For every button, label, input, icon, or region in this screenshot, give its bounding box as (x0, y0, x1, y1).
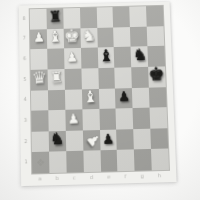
square-e3[interactable] (99, 109, 117, 130)
square-a7[interactable]: ♟ (30, 29, 47, 50)
chessboard: ♜♟♝♚♞♟♝♞♛♜♚♝♟♟♞♟♟❖ a b c d e f g h 8 7 6… (19, 2, 177, 186)
white-pawn[interactable]: ♟ (68, 112, 80, 126)
square-b1[interactable] (49, 152, 66, 173)
square-c2[interactable] (66, 130, 83, 151)
square-h3[interactable] (150, 107, 168, 128)
board-corner-ornament: ❖ (36, 157, 45, 167)
square-f6[interactable] (114, 47, 131, 68)
white-king[interactable]: ♚ (63, 27, 80, 46)
square-d2[interactable]: ♟ (83, 130, 101, 151)
square-g6[interactable]: ♞ (131, 46, 148, 67)
square-f7[interactable] (113, 27, 130, 48)
black-pawn[interactable]: ♟ (118, 90, 130, 104)
black-rook[interactable]: ♜ (48, 9, 62, 24)
black-king[interactable]: ♚ (148, 65, 165, 84)
rank-label: 5 (23, 77, 26, 82)
board-grid: ♜♟♝♚♞♟♝♞♛♜♚♝♟♟♞♟♟❖ (29, 5, 170, 175)
white-queen[interactable]: ♛ (31, 69, 47, 87)
square-f4[interactable]: ♟ (115, 88, 133, 109)
square-f5[interactable] (115, 67, 132, 88)
file-label: h (158, 173, 161, 178)
square-g2[interactable] (133, 128, 151, 149)
square-g1[interactable] (134, 149, 152, 170)
square-d1[interactable] (83, 151, 101, 172)
square-e7[interactable] (97, 27, 114, 48)
square-a8[interactable] (30, 9, 47, 29)
square-h5[interactable]: ♚ (148, 66, 166, 87)
square-h4[interactable] (149, 87, 167, 108)
rank-label: 2 (24, 139, 27, 144)
black-knight[interactable]: ♞ (132, 47, 147, 64)
square-g7[interactable] (130, 26, 147, 47)
rank-label: 7 (23, 36, 26, 41)
square-e4[interactable] (98, 88, 115, 109)
square-h8[interactable] (146, 6, 163, 26)
square-b7[interactable]: ♝ (47, 28, 64, 49)
square-b6[interactable] (47, 49, 64, 70)
rank-label: 1 (24, 159, 27, 164)
white-bishop[interactable]: ♝ (83, 89, 98, 106)
square-h7[interactable] (147, 26, 164, 47)
square-f1[interactable] (117, 150, 135, 171)
square-c4[interactable] (65, 89, 82, 110)
square-b4[interactable] (48, 89, 65, 110)
file-label: b (56, 176, 59, 181)
square-f8[interactable] (113, 7, 130, 27)
square-h2[interactable] (150, 128, 168, 149)
square-b2[interactable]: ♞ (49, 131, 66, 152)
file-label: f (124, 174, 126, 179)
white-knight[interactable]: ♞ (81, 28, 96, 44)
square-e6[interactable]: ♝ (97, 47, 114, 68)
square-a4[interactable] (31, 90, 48, 111)
square-g4[interactable] (132, 87, 150, 108)
square-f3[interactable] (116, 108, 134, 129)
square-a5[interactable]: ♛ (31, 69, 48, 90)
square-a3[interactable] (31, 110, 48, 131)
black-knight[interactable]: ♞ (50, 131, 65, 148)
rank-label: 6 (23, 56, 26, 61)
square-e5[interactable] (98, 68, 115, 89)
square-c7[interactable]: ♚ (63, 28, 80, 49)
white-pawn[interactable]: ♟ (32, 31, 44, 44)
file-label: a (38, 176, 41, 181)
black-bishop[interactable]: ♝ (98, 47, 113, 64)
black-pawn[interactable]: ♟ (102, 131, 115, 145)
square-a1[interactable]: ❖ (32, 152, 49, 173)
rank-label: 8 (22, 16, 25, 21)
square-g8[interactable] (129, 6, 146, 26)
square-b5[interactable]: ♜ (47, 69, 64, 90)
file-label: e (107, 174, 110, 179)
square-g3[interactable] (133, 108, 151, 129)
square-d3[interactable] (82, 109, 99, 130)
square-d7[interactable]: ♞ (80, 28, 97, 49)
square-g5[interactable] (131, 67, 149, 88)
rank-label: 3 (24, 118, 27, 123)
square-d5[interactable] (81, 68, 98, 89)
square-a2[interactable] (32, 131, 49, 152)
square-e1[interactable] (100, 150, 118, 171)
square-e8[interactable] (96, 7, 113, 27)
square-d6[interactable] (81, 48, 98, 69)
white-pawn[interactable]: ♟ (66, 50, 78, 63)
square-f2[interactable] (116, 129, 134, 150)
square-h1[interactable] (151, 149, 169, 170)
rank-label: 4 (23, 97, 26, 102)
square-c5[interactable] (64, 68, 81, 89)
file-label: g (140, 174, 143, 179)
white-bishop[interactable]: ♝ (48, 29, 63, 45)
white-rook[interactable]: ♜ (49, 70, 63, 86)
file-label: c (73, 175, 76, 180)
square-d4[interactable]: ♝ (82, 88, 99, 109)
square-c3[interactable]: ♟ (65, 109, 82, 130)
file-label: d (90, 175, 93, 180)
photo-background: ♜♟♝♚♞♟♝♞♛♜♚♝♟♟♞♟♟❖ a b c d e f g h 8 7 6… (0, 0, 200, 200)
square-c1[interactable] (66, 151, 84, 172)
square-e2[interactable]: ♟ (99, 129, 117, 150)
square-c6[interactable]: ♟ (64, 48, 81, 69)
